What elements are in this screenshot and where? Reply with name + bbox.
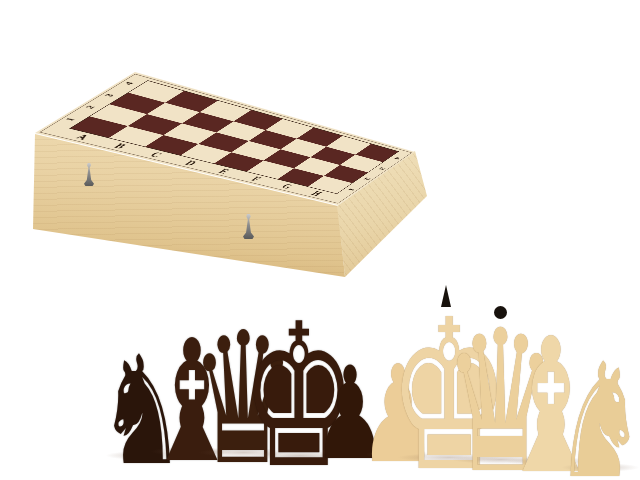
piece-light-knight: ♞: [549, 342, 640, 480]
product-photo-scene: ABCDEFGH 4321 4321 ♞♝♛♚♟♟♚♛♝♞: [0, 0, 640, 480]
pieces-row: ♞♝♛♚♟♟♚♛♝♞: [0, 0, 640, 480]
